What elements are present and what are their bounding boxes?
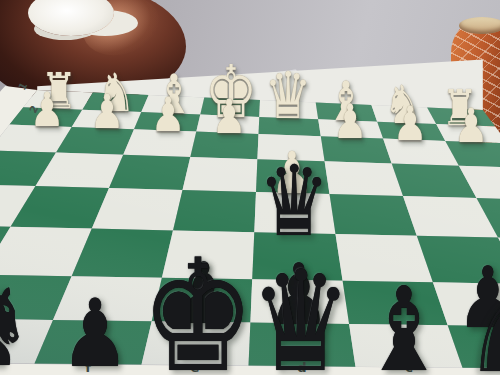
square-c5[interactable]	[330, 194, 417, 236]
piece-black-knight-g8[interactable]: ♞	[0, 270, 34, 375]
piece-white-pawn-g2[interactable]: ♟	[90, 88, 125, 135]
piece-white-pawn-h2[interactable]: ♟	[29, 86, 64, 133]
piece-white-pawn-a2[interactable]: ♟	[454, 102, 489, 149]
photo-stage: fedc12 ♜♞♝♛♚♝♞♜♟♟♟♟♟♟♟♟♛♟♟♟♟♞♝♛♚♟♞♜	[0, 0, 500, 375]
square-e4[interactable]	[183, 157, 258, 192]
piece-white-pawn-e2[interactable]: ♟	[211, 93, 246, 140]
piece-white-queen-d1[interactable]: ♛	[265, 64, 312, 129]
piece-white-pawn-c2[interactable]: ♟	[332, 98, 367, 145]
piece-black-knight-b8[interactable]: ♞	[465, 276, 500, 375]
piece-black-queen-d8[interactable]: ♛	[250, 253, 352, 375]
piece-black-queen-d5[interactable]: ♛	[258, 153, 330, 251]
square-c4[interactable]	[325, 161, 403, 196]
piece-black-king-e8[interactable]: ♚	[141, 239, 255, 375]
piece-black-pawn-f8[interactable]: ♟	[61, 287, 130, 375]
piece-white-pawn-b2[interactable]: ♟	[393, 100, 428, 147]
square-f4[interactable]	[109, 155, 190, 190]
piece-white-pawn-f2[interactable]: ♟	[151, 91, 186, 138]
piece-black-bishop-c8[interactable]: ♝	[361, 272, 447, 375]
